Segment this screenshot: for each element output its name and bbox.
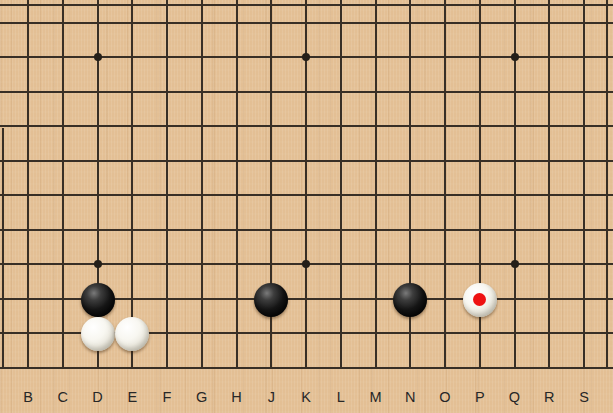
white-stone-P3[interactable]: [463, 283, 497, 317]
crop-edge-line-left: [2, 128, 4, 369]
white-stone-E2[interactable]: [115, 317, 149, 351]
star-point-D4: [94, 260, 102, 268]
grid-line-row-9: [0, 91, 613, 93]
coordinate-label-M: M: [369, 389, 381, 405]
coordinate-label-H: H: [231, 389, 241, 405]
grid-line-row-11: [0, 22, 613, 24]
coordinate-label-K: K: [301, 389, 311, 405]
star-point-Q10: [511, 53, 519, 61]
coordinate-label-N: N: [405, 389, 415, 405]
crop-edge-line-right: [606, 0, 608, 369]
coordinate-label-R: R: [544, 389, 554, 405]
star-point-K4: [302, 260, 310, 268]
grid-line-row-6: [0, 194, 613, 196]
crop-edge-line-top: [0, 4, 613, 6]
coordinate-label-S: S: [579, 389, 589, 405]
coordinate-label-O: O: [439, 389, 450, 405]
star-point-D10: [94, 53, 102, 61]
last-move-marker-icon: [473, 293, 486, 306]
black-stone-D3[interactable]: [81, 283, 115, 317]
coordinate-label-P: P: [475, 389, 485, 405]
star-point-Q4: [511, 260, 519, 268]
coordinate-label-B: B: [23, 389, 33, 405]
coordinate-label-E: E: [127, 389, 137, 405]
coordinate-label-D: D: [92, 389, 102, 405]
white-stone-D2[interactable]: [81, 317, 115, 351]
coordinate-label-F: F: [163, 389, 172, 405]
coordinate-label-J: J: [268, 389, 275, 405]
black-stone-J3[interactable]: [254, 283, 288, 317]
grid-line-row-8: [0, 125, 613, 127]
black-stone-N3[interactable]: [393, 283, 427, 317]
grid-line-row-5: [0, 229, 613, 231]
star-point-K10: [302, 53, 310, 61]
coordinate-label-L: L: [337, 389, 345, 405]
coordinate-label-G: G: [196, 389, 207, 405]
coordinate-label-C: C: [58, 389, 68, 405]
grid-line-row-7: [0, 160, 613, 162]
board-bottom-edge-line: [0, 367, 613, 369]
coordinate-label-Q: Q: [509, 389, 520, 405]
go-board[interactable]: BCDEFGHJKLMNOPQRS: [0, 0, 613, 413]
